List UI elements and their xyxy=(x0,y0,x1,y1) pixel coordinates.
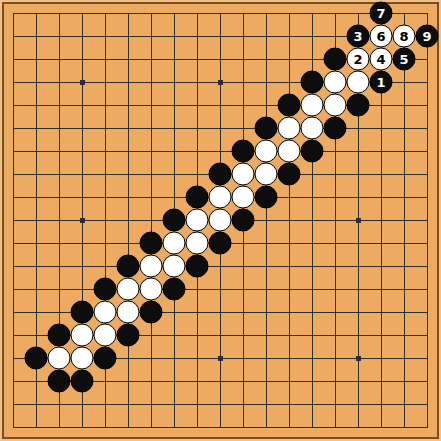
stone-white xyxy=(117,301,140,324)
stone-black xyxy=(71,301,94,324)
stone-white xyxy=(347,71,370,94)
stone-black xyxy=(186,186,209,209)
stone-black xyxy=(186,255,209,278)
stone-black-7: 7 xyxy=(370,2,393,25)
stone-white xyxy=(232,163,255,186)
stone-white xyxy=(209,186,232,209)
stone-black xyxy=(94,278,117,301)
stone-white-6: 6 xyxy=(370,25,393,48)
go-board-diagram: 736892451 xyxy=(0,0,441,441)
stone-black xyxy=(301,71,324,94)
stone-black xyxy=(255,117,278,140)
stone-white xyxy=(186,232,209,255)
stone-black xyxy=(209,163,232,186)
stone-white-2: 2 xyxy=(347,48,370,71)
stone-black xyxy=(324,48,347,71)
stone-black-3: 3 xyxy=(347,25,370,48)
stone-white xyxy=(255,140,278,163)
stone-white xyxy=(94,324,117,347)
stone-black xyxy=(209,232,232,255)
stone-black xyxy=(232,140,255,163)
stone-black xyxy=(232,209,255,232)
stone-white xyxy=(209,209,232,232)
stone-black-1: 1 xyxy=(370,71,393,94)
stone-black xyxy=(48,370,71,393)
stone-black-9: 9 xyxy=(416,25,439,48)
stone-black xyxy=(301,140,324,163)
stone-white xyxy=(324,71,347,94)
stone-white xyxy=(140,255,163,278)
stone-white xyxy=(186,209,209,232)
stone-white xyxy=(140,278,163,301)
stone-black xyxy=(278,94,301,117)
stone-black xyxy=(347,94,370,117)
stone-white xyxy=(48,347,71,370)
stone-black xyxy=(117,324,140,347)
stone-white xyxy=(301,94,324,117)
stone-black xyxy=(71,370,94,393)
stone-black xyxy=(117,255,140,278)
stone-white xyxy=(94,301,117,324)
stone-white xyxy=(163,255,186,278)
stone-white xyxy=(117,278,140,301)
stone-black xyxy=(278,163,301,186)
stone-white xyxy=(278,140,301,163)
stone-white xyxy=(301,117,324,140)
stone-white xyxy=(255,163,278,186)
stone-white xyxy=(278,117,301,140)
stone-black xyxy=(25,347,48,370)
stone-white xyxy=(163,232,186,255)
stone-black xyxy=(163,278,186,301)
stone-white-8: 8 xyxy=(393,25,416,48)
stone-white xyxy=(232,186,255,209)
stone-white xyxy=(71,347,94,370)
stone-white xyxy=(324,94,347,117)
stone-black xyxy=(140,301,163,324)
stone-black xyxy=(255,186,278,209)
stone-white xyxy=(71,324,94,347)
stone-black xyxy=(324,117,347,140)
stone-black-5: 5 xyxy=(393,48,416,71)
stones-layer: 736892451 xyxy=(0,0,441,441)
stone-black xyxy=(94,347,117,370)
stone-black xyxy=(48,324,71,347)
stone-black xyxy=(140,232,163,255)
stone-black xyxy=(163,209,186,232)
stone-white-4: 4 xyxy=(370,48,393,71)
